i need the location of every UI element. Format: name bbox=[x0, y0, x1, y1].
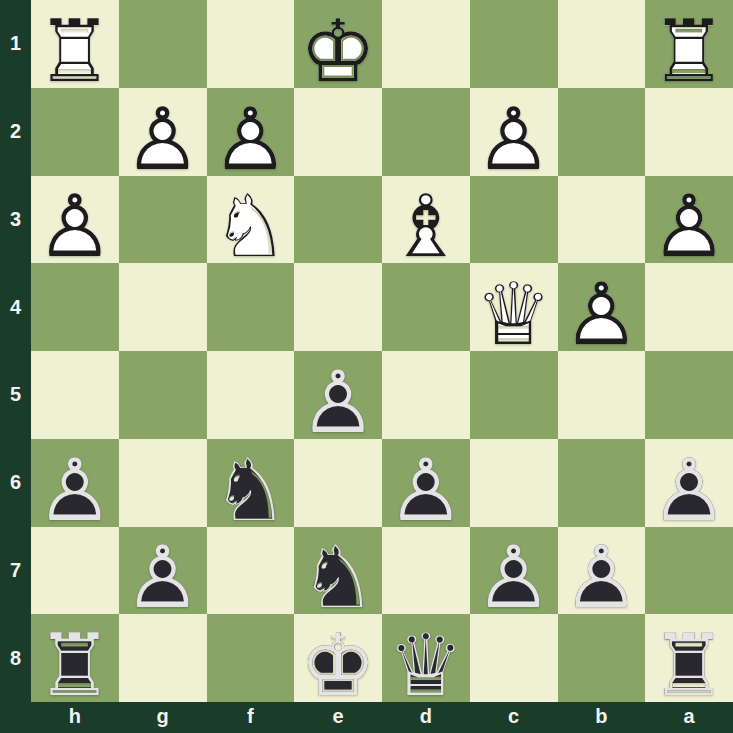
square-c8[interactable] bbox=[470, 614, 558, 702]
rank-label-4: 4 bbox=[0, 263, 31, 351]
white-pawn[interactable]: ♟♙ bbox=[645, 176, 733, 264]
square-a5[interactable] bbox=[645, 351, 733, 439]
piece-fill-glyph: ♚ bbox=[294, 621, 382, 709]
black-knight[interactable]: ♞♘ bbox=[207, 439, 295, 527]
file-label-d: d bbox=[382, 702, 470, 733]
black-rook[interactable]: ♜♖ bbox=[645, 614, 733, 702]
square-a2[interactable] bbox=[645, 88, 733, 176]
black-pawn[interactable]: ♟♙ bbox=[470, 527, 558, 615]
piece-outline-glyph: ♙ bbox=[645, 183, 733, 271]
white-pawn[interactable]: ♟♙ bbox=[119, 88, 207, 176]
white-pawn[interactable]: ♟♙ bbox=[207, 88, 295, 176]
black-pawn[interactable]: ♟♙ bbox=[119, 527, 207, 615]
square-f1[interactable] bbox=[207, 0, 295, 88]
piece-fill-glyph: ♟ bbox=[558, 534, 646, 622]
piece-outline-glyph: ♔ bbox=[294, 621, 382, 709]
black-pawn[interactable]: ♟♙ bbox=[382, 439, 470, 527]
file-label-f: f bbox=[207, 702, 295, 733]
piece-outline-glyph: ♙ bbox=[470, 95, 558, 183]
rank-label-6: 6 bbox=[0, 439, 31, 527]
rank-label-3: 3 bbox=[0, 176, 31, 264]
file-label-b: b bbox=[558, 702, 646, 733]
square-g3[interactable] bbox=[119, 176, 207, 264]
square-a3[interactable]: ♟♙ bbox=[645, 176, 733, 264]
square-c7[interactable]: ♟♙ bbox=[470, 527, 558, 615]
piece-fill-glyph: ♟ bbox=[207, 95, 295, 183]
piece-outline-glyph: ♕ bbox=[470, 270, 558, 358]
piece-outline-glyph: ♙ bbox=[558, 270, 646, 358]
square-h2[interactable] bbox=[31, 88, 119, 176]
square-c5[interactable] bbox=[470, 351, 558, 439]
piece-outline-glyph: ♖ bbox=[645, 7, 733, 95]
square-h5[interactable] bbox=[31, 351, 119, 439]
square-d8[interactable]: ♛♕ bbox=[382, 614, 470, 702]
white-king[interactable]: ♚♔ bbox=[294, 0, 382, 88]
square-e4[interactable] bbox=[294, 263, 382, 351]
square-f7[interactable] bbox=[207, 527, 295, 615]
square-h3[interactable]: ♟♙ bbox=[31, 176, 119, 264]
square-b4[interactable]: ♟♙ bbox=[558, 263, 646, 351]
square-a8[interactable]: ♜♖ bbox=[645, 614, 733, 702]
piece-fill-glyph: ♟ bbox=[382, 446, 470, 534]
piece-outline-glyph: ♙ bbox=[31, 183, 119, 271]
piece-outline-glyph: ♙ bbox=[558, 534, 646, 622]
black-knight[interactable]: ♞♘ bbox=[294, 527, 382, 615]
square-e2[interactable] bbox=[294, 88, 382, 176]
black-pawn[interactable]: ♟♙ bbox=[645, 439, 733, 527]
square-c3[interactable] bbox=[470, 176, 558, 264]
piece-fill-glyph: ♟ bbox=[31, 183, 119, 271]
white-pawn[interactable]: ♟♙ bbox=[470, 88, 558, 176]
piece-outline-glyph: ♘ bbox=[207, 446, 295, 534]
black-king[interactable]: ♚♔ bbox=[294, 614, 382, 702]
piece-outline-glyph: ♖ bbox=[31, 621, 119, 709]
square-a7[interactable] bbox=[645, 527, 733, 615]
square-b6[interactable] bbox=[558, 439, 646, 527]
piece-outline-glyph: ♕ bbox=[382, 621, 470, 709]
square-e6[interactable] bbox=[294, 439, 382, 527]
white-pawn[interactable]: ♟♙ bbox=[558, 263, 646, 351]
square-d1[interactable] bbox=[382, 0, 470, 88]
square-b7[interactable]: ♟♙ bbox=[558, 527, 646, 615]
piece-fill-glyph: ♞ bbox=[207, 446, 295, 534]
piece-fill-glyph: ♟ bbox=[558, 270, 646, 358]
piece-outline-glyph: ♙ bbox=[119, 534, 207, 622]
square-g1[interactable] bbox=[119, 0, 207, 88]
chess-board-frame: 12345678 ♜♖♚♔♜♖♟♙♟♙♟♙♟♙♞♘♝♗♟♙♛♕♟♙♟♙♟♙♞♘♟… bbox=[0, 0, 733, 733]
piece-outline-glyph: ♙ bbox=[382, 446, 470, 534]
white-rook[interactable]: ♜♖ bbox=[645, 0, 733, 88]
piece-outline-glyph: ♙ bbox=[470, 534, 558, 622]
piece-outline-glyph: ♙ bbox=[645, 446, 733, 534]
piece-outline-glyph: ♖ bbox=[31, 7, 119, 95]
white-bishop[interactable]: ♝♗ bbox=[382, 176, 470, 264]
rank-label-2: 2 bbox=[0, 88, 31, 176]
square-e7[interactable]: ♞♘ bbox=[294, 527, 382, 615]
file-labels: hgfedcba bbox=[31, 702, 733, 733]
file-label-c: c bbox=[470, 702, 558, 733]
piece-outline-glyph: ♙ bbox=[119, 95, 207, 183]
rank-label-8: 8 bbox=[0, 614, 31, 702]
file-label-h: h bbox=[31, 702, 119, 733]
black-pawn[interactable]: ♟♙ bbox=[31, 439, 119, 527]
rank-label-5: 5 bbox=[0, 351, 31, 439]
file-label-a: a bbox=[645, 702, 733, 733]
piece-fill-glyph: ♟ bbox=[31, 446, 119, 534]
piece-fill-glyph: ♟ bbox=[294, 358, 382, 446]
piece-outline-glyph: ♔ bbox=[294, 7, 382, 95]
square-h7[interactable] bbox=[31, 527, 119, 615]
piece-outline-glyph: ♘ bbox=[294, 534, 382, 622]
piece-fill-glyph: ♟ bbox=[119, 534, 207, 622]
file-label-e: e bbox=[294, 702, 382, 733]
white-pawn[interactable]: ♟♙ bbox=[31, 176, 119, 264]
white-queen[interactable]: ♛♕ bbox=[470, 263, 558, 351]
black-pawn[interactable]: ♟♙ bbox=[294, 351, 382, 439]
square-g6[interactable] bbox=[119, 439, 207, 527]
piece-fill-glyph: ♜ bbox=[31, 621, 119, 709]
square-f3[interactable]: ♞♘ bbox=[207, 176, 295, 264]
piece-fill-glyph: ♛ bbox=[382, 621, 470, 709]
square-b3[interactable] bbox=[558, 176, 646, 264]
square-f2[interactable]: ♟♙ bbox=[207, 88, 295, 176]
black-pawn[interactable]: ♟♙ bbox=[558, 527, 646, 615]
piece-fill-glyph: ♟ bbox=[470, 95, 558, 183]
square-a4[interactable] bbox=[645, 263, 733, 351]
square-b2[interactable] bbox=[558, 88, 646, 176]
square-a1[interactable]: ♜♖ bbox=[645, 0, 733, 88]
rank-label-7: 7 bbox=[0, 527, 31, 615]
white-knight[interactable]: ♞♘ bbox=[207, 176, 295, 264]
square-e3[interactable] bbox=[294, 176, 382, 264]
square-d6[interactable]: ♟♙ bbox=[382, 439, 470, 527]
square-b8[interactable] bbox=[558, 614, 646, 702]
piece-outline-glyph: ♙ bbox=[31, 446, 119, 534]
square-h1[interactable]: ♜♖ bbox=[31, 0, 119, 88]
square-f6[interactable]: ♞♘ bbox=[207, 439, 295, 527]
piece-fill-glyph: ♜ bbox=[31, 7, 119, 95]
black-queen[interactable]: ♛♕ bbox=[382, 614, 470, 702]
square-d4[interactable] bbox=[382, 263, 470, 351]
piece-fill-glyph: ♚ bbox=[294, 7, 382, 95]
square-f4[interactable] bbox=[207, 263, 295, 351]
piece-fill-glyph: ♜ bbox=[645, 621, 733, 709]
square-g2[interactable]: ♟♙ bbox=[119, 88, 207, 176]
square-c4[interactable]: ♛♕ bbox=[470, 263, 558, 351]
square-g7[interactable]: ♟♙ bbox=[119, 527, 207, 615]
square-f8[interactable] bbox=[207, 614, 295, 702]
piece-fill-glyph: ♜ bbox=[645, 7, 733, 95]
piece-fill-glyph: ♟ bbox=[119, 95, 207, 183]
rank-label-1: 1 bbox=[0, 0, 31, 88]
piece-fill-glyph: ♝ bbox=[382, 183, 470, 271]
square-a6[interactable]: ♟♙ bbox=[645, 439, 733, 527]
square-c2[interactable]: ♟♙ bbox=[470, 88, 558, 176]
square-c1[interactable] bbox=[470, 0, 558, 88]
piece-outline-glyph: ♖ bbox=[645, 621, 733, 709]
black-rook[interactable]: ♜♖ bbox=[31, 614, 119, 702]
piece-outline-glyph: ♙ bbox=[207, 95, 295, 183]
piece-fill-glyph: ♟ bbox=[645, 446, 733, 534]
file-label-g: g bbox=[119, 702, 207, 733]
white-rook[interactable]: ♜♖ bbox=[31, 0, 119, 88]
rank-labels: 12345678 bbox=[0, 0, 31, 702]
square-g8[interactable] bbox=[119, 614, 207, 702]
square-d5[interactable] bbox=[382, 351, 470, 439]
square-c6[interactable] bbox=[470, 439, 558, 527]
piece-outline-glyph: ♗ bbox=[382, 183, 470, 271]
piece-fill-glyph: ♞ bbox=[294, 534, 382, 622]
square-g4[interactable] bbox=[119, 263, 207, 351]
square-h4[interactable] bbox=[31, 263, 119, 351]
piece-fill-glyph: ♛ bbox=[470, 270, 558, 358]
square-h6[interactable]: ♟♙ bbox=[31, 439, 119, 527]
square-b1[interactable] bbox=[558, 0, 646, 88]
square-e1[interactable]: ♚♔ bbox=[294, 0, 382, 88]
square-g5[interactable] bbox=[119, 351, 207, 439]
square-d7[interactable] bbox=[382, 527, 470, 615]
piece-outline-glyph: ♘ bbox=[207, 183, 295, 271]
square-f5[interactable] bbox=[207, 351, 295, 439]
square-e5[interactable]: ♟♙ bbox=[294, 351, 382, 439]
piece-outline-glyph: ♙ bbox=[294, 358, 382, 446]
piece-fill-glyph: ♟ bbox=[470, 534, 558, 622]
square-b5[interactable] bbox=[558, 351, 646, 439]
square-e8[interactable]: ♚♔ bbox=[294, 614, 382, 702]
piece-fill-glyph: ♟ bbox=[645, 183, 733, 271]
chess-board: ♜♖♚♔♜♖♟♙♟♙♟♙♟♙♞♘♝♗♟♙♛♕♟♙♟♙♟♙♞♘♟♙♟♙♟♙♞♘♟♙… bbox=[31, 0, 733, 702]
square-d3[interactable]: ♝♗ bbox=[382, 176, 470, 264]
piece-fill-glyph: ♞ bbox=[207, 183, 295, 271]
square-d2[interactable] bbox=[382, 88, 470, 176]
square-h8[interactable]: ♜♖ bbox=[31, 614, 119, 702]
